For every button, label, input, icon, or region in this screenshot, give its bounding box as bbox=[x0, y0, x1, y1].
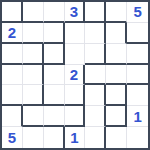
cell-r5c2[interactable] bbox=[23, 85, 44, 106]
cell-r4c6[interactable] bbox=[106, 65, 127, 86]
cell-r7c6[interactable] bbox=[106, 127, 127, 148]
cell-r4c7[interactable] bbox=[127, 65, 148, 86]
cell-r1c6[interactable] bbox=[106, 2, 127, 23]
cell-r1c3[interactable] bbox=[44, 2, 65, 23]
puzzle-board: 3522151 bbox=[0, 0, 150, 150]
cell-r7c2[interactable] bbox=[23, 127, 44, 148]
given-digit: 2 bbox=[8, 25, 16, 40]
cell-r1c4[interactable]: 3 bbox=[65, 2, 86, 23]
given-digit: 1 bbox=[70, 130, 78, 145]
cell-r3c3[interactable] bbox=[44, 44, 65, 65]
cell-r2c2[interactable] bbox=[23, 23, 44, 44]
cell-r1c2[interactable] bbox=[23, 2, 44, 23]
cell-r6c2[interactable] bbox=[23, 106, 44, 127]
cell-r5c6[interactable] bbox=[106, 85, 127, 106]
cell-r3c2[interactable] bbox=[23, 44, 44, 65]
cell-r2c1[interactable]: 2 bbox=[2, 23, 23, 44]
cell-r4c3[interactable] bbox=[44, 65, 65, 86]
cell-r2c3[interactable] bbox=[44, 23, 65, 44]
cell-r3c4[interactable] bbox=[65, 44, 86, 65]
cell-r3c1[interactable] bbox=[2, 44, 23, 65]
cell-r7c3[interactable] bbox=[44, 127, 65, 148]
cell-r5c1[interactable] bbox=[2, 85, 23, 106]
cell-r2c5[interactable] bbox=[85, 23, 106, 44]
cell-r4c1[interactable] bbox=[2, 65, 23, 86]
cell-r5c7[interactable] bbox=[127, 85, 148, 106]
cell-r6c1[interactable] bbox=[2, 106, 23, 127]
given-digit: 2 bbox=[70, 67, 78, 82]
cell-r6c6[interactable] bbox=[106, 106, 127, 127]
cell-r6c5[interactable] bbox=[85, 106, 106, 127]
cell-r3c6[interactable] bbox=[106, 44, 127, 65]
cell-r1c1[interactable] bbox=[2, 2, 23, 23]
cell-r4c2[interactable] bbox=[23, 65, 44, 86]
cell-r2c4[interactable] bbox=[65, 23, 86, 44]
cell-r7c4[interactable]: 1 bbox=[65, 127, 86, 148]
cell-r5c5[interactable] bbox=[85, 85, 106, 106]
cell-r5c3[interactable] bbox=[44, 85, 65, 106]
cell-r7c1[interactable]: 5 bbox=[2, 127, 23, 148]
cell-r3c5[interactable] bbox=[85, 44, 106, 65]
cell-r4c5[interactable] bbox=[85, 65, 106, 86]
cell-r7c5[interactable] bbox=[85, 127, 106, 148]
cell-r3c7[interactable] bbox=[127, 44, 148, 65]
cell-r1c7[interactable]: 5 bbox=[127, 2, 148, 23]
cell-r4c4[interactable]: 2 bbox=[65, 65, 86, 86]
cell-r1c5[interactable] bbox=[85, 2, 106, 23]
cell-r2c6[interactable] bbox=[106, 23, 127, 44]
cell-r6c3[interactable] bbox=[44, 106, 65, 127]
cell-r6c7[interactable]: 1 bbox=[127, 106, 148, 127]
given-digit: 5 bbox=[133, 4, 141, 19]
given-digit: 5 bbox=[8, 130, 16, 145]
cell-r2c7[interactable] bbox=[127, 23, 148, 44]
cell-r5c4[interactable] bbox=[65, 85, 86, 106]
given-digit: 1 bbox=[133, 109, 141, 124]
cell-r6c4[interactable] bbox=[65, 106, 86, 127]
given-digit: 3 bbox=[70, 4, 78, 19]
cell-r7c7[interactable] bbox=[127, 127, 148, 148]
